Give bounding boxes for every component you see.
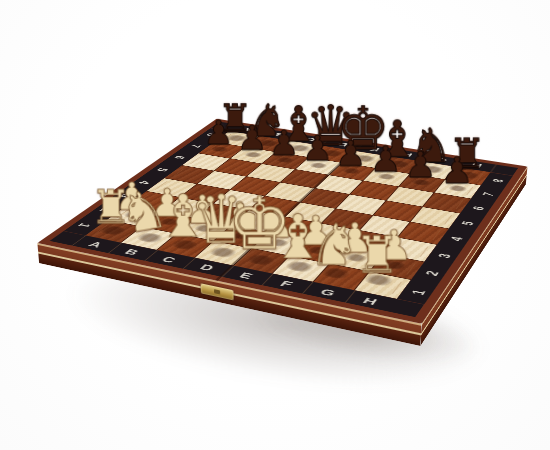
piece-glyph: ♜: [331, 230, 423, 282]
product-photo-stage: ABCDEFGH ABCDEFGH 12345678 12345678 ♜♞♝♛…: [0, 0, 550, 450]
brass-clasp: [201, 283, 234, 300]
